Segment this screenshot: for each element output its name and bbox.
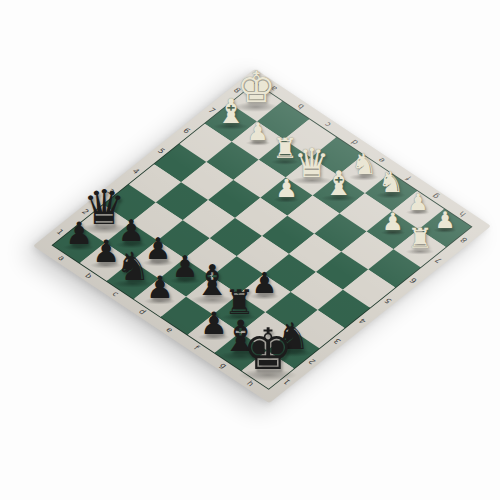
white-pawn[interactable]: ♟ [435, 208, 456, 231]
chess-mat: abcdefgh abcdefgh 87654321 87654321 ♚♞♞♟… [33, 69, 491, 403]
product-photo-scene: Roll-up vinyl tournament chess set, gree… [0, 0, 500, 500]
black-king[interactable]: ♚ [242, 321, 293, 378]
white-knight[interactable]: ♞ [351, 149, 377, 178]
black-pawn[interactable]: ♟ [251, 268, 277, 297]
white-bishop[interactable]: ♝ [324, 165, 354, 199]
black-pawn[interactable]: ♟ [146, 271, 174, 302]
black-pawn[interactable]: ♟ [65, 217, 93, 248]
white-bishop[interactable]: ♝ [216, 93, 246, 127]
white-pawn[interactable]: ♟ [247, 120, 269, 144]
white-knight[interactable]: ♞ [378, 167, 404, 196]
white-pawn[interactable]: ♟ [275, 175, 297, 200]
white-pawn[interactable]: ♟ [382, 210, 404, 234]
white-rook[interactable]: ♜ [407, 224, 432, 252]
chess-board-grid: ♚♞♞♟♟♝♟♜♛♝♟♜♟♟♛♟♟♟♝♜♞♟♟♞♟♟♝♚ [53, 83, 471, 388]
black-pawn[interactable]: ♟ [118, 216, 145, 246]
white-pawn[interactable]: ♟ [408, 190, 429, 213]
